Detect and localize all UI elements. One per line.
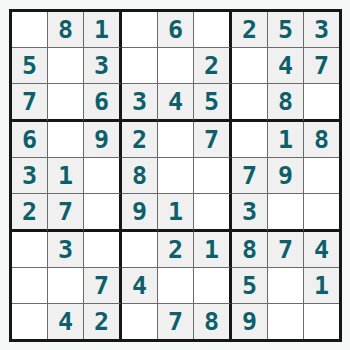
cell-r3c1[interactable]: 7: [12, 84, 48, 122]
cell-r9c5[interactable]: 7: [158, 304, 194, 339]
cell-r7c1[interactable]: [12, 232, 48, 268]
cell-r5c6[interactable]: [194, 158, 232, 194]
cell-r4c4[interactable]: 2: [122, 122, 158, 158]
cell-r6c1[interactable]: 2: [12, 194, 48, 232]
cell-r1c3[interactable]: 1: [84, 12, 122, 48]
cell-r2c8[interactable]: 4: [268, 48, 304, 84]
cell-r6c3[interactable]: [84, 194, 122, 232]
cell-r4c2[interactable]: [48, 122, 84, 158]
cell-r5c4[interactable]: 8: [122, 158, 158, 194]
cell-r9c7[interactable]: 9: [232, 304, 268, 339]
cell-r9c6[interactable]: 8: [194, 304, 232, 339]
cell-r5c8[interactable]: 9: [268, 158, 304, 194]
cell-r6c6[interactable]: [194, 194, 232, 232]
cell-r4c9[interactable]: 8: [304, 122, 339, 158]
cell-r1c7[interactable]: 2: [232, 12, 268, 48]
cell-r8c3[interactable]: 7: [84, 268, 122, 304]
cell-r1c2[interactable]: 8: [48, 12, 84, 48]
cell-r4c5[interactable]: [158, 122, 194, 158]
cell-r7c4[interactable]: [122, 232, 158, 268]
cell-r1c1[interactable]: [12, 12, 48, 48]
cell-r7c7[interactable]: 8: [232, 232, 268, 268]
cell-r8c4[interactable]: 4: [122, 268, 158, 304]
cell-r3c4[interactable]: 3: [122, 84, 158, 122]
cell-r3c8[interactable]: 8: [268, 84, 304, 122]
cell-r2c4[interactable]: [122, 48, 158, 84]
cell-r1c9[interactable]: 3: [304, 12, 339, 48]
cell-r6c8[interactable]: [268, 194, 304, 232]
cell-r1c6[interactable]: [194, 12, 232, 48]
cell-r8c7[interactable]: 5: [232, 268, 268, 304]
cell-r2c1[interactable]: 5: [12, 48, 48, 84]
cell-r1c4[interactable]: [122, 12, 158, 48]
cell-r7c6[interactable]: 1: [194, 232, 232, 268]
cell-r2c9[interactable]: 7: [304, 48, 339, 84]
cell-r3c5[interactable]: 4: [158, 84, 194, 122]
cell-r5c2[interactable]: 1: [48, 158, 84, 194]
cell-r2c5[interactable]: [158, 48, 194, 84]
cell-r8c5[interactable]: [158, 268, 194, 304]
cell-r8c6[interactable]: [194, 268, 232, 304]
cell-r7c8[interactable]: 7: [268, 232, 304, 268]
cell-r1c8[interactable]: 5: [268, 12, 304, 48]
sudoku-board: 8162535324776345869271831879279133218747…: [9, 9, 342, 342]
cell-r6c9[interactable]: [304, 194, 339, 232]
cell-r3c7[interactable]: [232, 84, 268, 122]
cell-r5c5[interactable]: [158, 158, 194, 194]
cell-r2c3[interactable]: 3: [84, 48, 122, 84]
cell-r7c2[interactable]: 3: [48, 232, 84, 268]
cell-r4c7[interactable]: [232, 122, 268, 158]
cell-r8c2[interactable]: [48, 268, 84, 304]
cell-r2c6[interactable]: 2: [194, 48, 232, 84]
cell-r9c3[interactable]: 2: [84, 304, 122, 339]
cell-r6c7[interactable]: 3: [232, 194, 268, 232]
cell-r5c1[interactable]: 3: [12, 158, 48, 194]
cell-r4c3[interactable]: 9: [84, 122, 122, 158]
cell-r3c2[interactable]: [48, 84, 84, 122]
cell-r9c9[interactable]: [304, 304, 339, 339]
cell-r4c8[interactable]: 1: [268, 122, 304, 158]
cell-r9c8[interactable]: [268, 304, 304, 339]
cell-r7c9[interactable]: 4: [304, 232, 339, 268]
cell-r3c9[interactable]: [304, 84, 339, 122]
cell-r6c4[interactable]: 9: [122, 194, 158, 232]
cell-r3c6[interactable]: 5: [194, 84, 232, 122]
cell-r6c2[interactable]: 7: [48, 194, 84, 232]
cell-r3c3[interactable]: 6: [84, 84, 122, 122]
cell-r7c3[interactable]: [84, 232, 122, 268]
cell-r9c2[interactable]: 4: [48, 304, 84, 339]
cell-r5c7[interactable]: 7: [232, 158, 268, 194]
cell-r5c3[interactable]: [84, 158, 122, 194]
cell-r9c4[interactable]: [122, 304, 158, 339]
cell-r2c2[interactable]: [48, 48, 84, 84]
cell-r9c1[interactable]: [12, 304, 48, 339]
cell-r8c9[interactable]: 1: [304, 268, 339, 304]
cell-r4c1[interactable]: 6: [12, 122, 48, 158]
cell-r8c1[interactable]: [12, 268, 48, 304]
cell-r6c5[interactable]: 1: [158, 194, 194, 232]
cell-r2c7[interactable]: [232, 48, 268, 84]
cell-r4c6[interactable]: 7: [194, 122, 232, 158]
cell-r1c5[interactable]: 6: [158, 12, 194, 48]
cell-r7c5[interactable]: 2: [158, 232, 194, 268]
cell-r8c8[interactable]: [268, 268, 304, 304]
cell-r5c9[interactable]: [304, 158, 339, 194]
